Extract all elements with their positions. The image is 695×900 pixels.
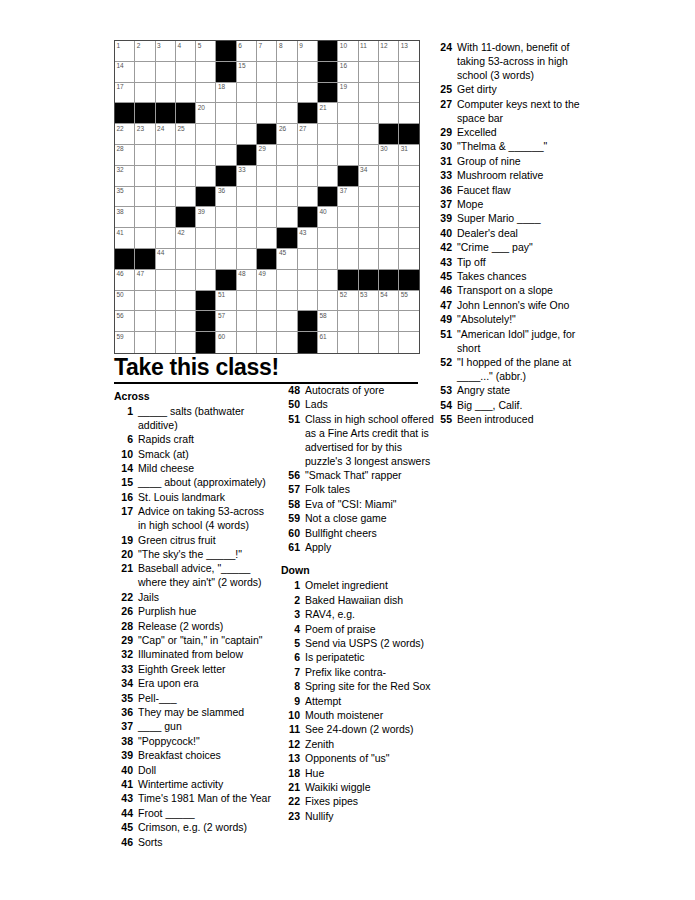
cell-r2c13[interactable]	[359, 62, 379, 83]
black-cell-r4c1	[115, 103, 135, 124]
cell-r3c15[interactable]	[399, 83, 419, 104]
clue-number: 11	[281, 723, 305, 737]
cell-r7c11[interactable]	[318, 166, 338, 187]
cell-r13c4[interactable]	[176, 291, 196, 312]
cell-number: 47	[137, 270, 144, 277]
cell-number: 46	[117, 270, 124, 277]
clue-number: 28	[114, 620, 138, 634]
cell-r3c5[interactable]	[196, 83, 216, 104]
cell-r3c2[interactable]	[135, 83, 155, 104]
clue-across-34: 34Era upon era	[114, 677, 274, 691]
cell-r3c8[interactable]	[257, 83, 277, 104]
cell-r5c2[interactable]: 23	[135, 124, 155, 145]
cell-r10c1[interactable]: 41	[115, 228, 135, 249]
cell-r3c14[interactable]	[379, 83, 399, 104]
black-cell-r2c6	[216, 62, 236, 83]
black-cell-r3c11	[318, 83, 338, 104]
cell-r15c11[interactable]: 61	[318, 332, 338, 353]
clue-across-32: 32Illuminated from below	[114, 648, 274, 662]
cell-r9c11[interactable]: 40	[318, 207, 338, 228]
clue-text: Eighth Greek letter	[138, 663, 274, 677]
cell-number: 42	[177, 229, 184, 236]
cell-r13c7[interactable]	[237, 291, 257, 312]
clue-text: RAV4, e.g.	[305, 608, 437, 622]
clue-text: Tip off	[457, 256, 583, 270]
clue-number: 10	[281, 709, 305, 723]
clue-number: 58	[281, 498, 305, 512]
cell-r13c12[interactable]: 52	[338, 291, 358, 312]
cell-r1c9[interactable]: 8	[277, 41, 297, 62]
clue-number: 39	[433, 212, 457, 226]
cell-number: 11	[360, 42, 367, 49]
cell-r1c12[interactable]: 10	[338, 41, 358, 62]
cell-r8c9[interactable]	[277, 187, 297, 208]
cell-r11c12[interactable]	[338, 249, 358, 270]
black-cell-r12c15	[399, 270, 419, 291]
cell-r15c13[interactable]	[359, 332, 379, 353]
clue-text: Opponents of "us"	[305, 752, 437, 766]
cell-r15c1[interactable]: 59	[115, 332, 135, 353]
cell-r2c12[interactable]: 16	[338, 62, 358, 83]
cell-r1c8[interactable]: 7	[257, 41, 277, 62]
clue-across-59: 59Not a close game	[281, 512, 437, 526]
cell-r4c14[interactable]	[379, 103, 399, 124]
cell-r12c2[interactable]: 47	[135, 270, 155, 291]
clue-down-13: 13Opponents of "us"	[281, 752, 437, 766]
cell-r2c2[interactable]	[135, 62, 155, 83]
cell-r12c5[interactable]	[196, 270, 216, 291]
cell-r3c6[interactable]: 18	[216, 83, 236, 104]
cell-r2c7[interactable]: 15	[237, 62, 257, 83]
clue-down-33: 33Mushroom relative	[433, 169, 583, 183]
cell-r12c10[interactable]	[298, 270, 318, 291]
cell-number: 15	[238, 62, 245, 69]
cell-r10c11[interactable]	[318, 228, 338, 249]
cell-r9c8[interactable]	[257, 207, 277, 228]
clue-down-10: 10Mouth moistener	[281, 709, 437, 723]
cell-r10c2[interactable]	[135, 228, 155, 249]
cell-r6c15[interactable]: 31	[399, 145, 419, 166]
cell-r10c3[interactable]	[156, 228, 176, 249]
cell-r1c5[interactable]: 5	[196, 41, 216, 62]
cell-number: 10	[340, 42, 347, 49]
clue-number: 33	[433, 169, 457, 183]
cell-r11c15[interactable]	[399, 249, 419, 270]
cell-r14c1[interactable]: 56	[115, 311, 135, 332]
clue-text: Rapids craft	[138, 433, 274, 447]
cell-r6c14[interactable]: 30	[379, 145, 399, 166]
clue-across-21: 21Baseball advice, "_____ where they ain…	[114, 562, 274, 590]
cell-r6c5[interactable]	[196, 145, 216, 166]
cell-r8c10[interactable]	[298, 187, 318, 208]
cell-r8c7[interactable]	[237, 187, 257, 208]
cell-r6c9[interactable]	[277, 145, 297, 166]
clue-text: Mild cheese	[138, 462, 274, 476]
black-cell-r4c4	[176, 103, 196, 124]
cell-r6c2[interactable]	[135, 145, 155, 166]
cell-r11c10[interactable]	[298, 249, 318, 270]
clue-column-right: 24With 11-down, benefit of taking 53-acr…	[433, 41, 583, 427]
clue-number: 6	[281, 651, 305, 665]
cell-r4c13[interactable]	[359, 103, 379, 124]
cell-r7c2[interactable]	[135, 166, 155, 187]
cell-r2c5[interactable]	[196, 62, 216, 83]
cell-r14c4[interactable]	[176, 311, 196, 332]
cell-r8c14[interactable]	[379, 187, 399, 208]
cell-r13c10[interactable]	[298, 291, 318, 312]
cell-number: 54	[380, 291, 387, 298]
cell-r4c9[interactable]	[277, 103, 297, 124]
cell-r3c10[interactable]	[298, 83, 318, 104]
cell-r4c11[interactable]: 21	[318, 103, 338, 124]
cell-r2c4[interactable]	[176, 62, 196, 83]
clue-number: 45	[114, 821, 138, 835]
cell-r15c6[interactable]: 60	[216, 332, 236, 353]
cell-r9c13[interactable]	[359, 207, 379, 228]
clue-text: With 11-down, benefit of taking 53-acros…	[457, 41, 583, 83]
clue-number: 52	[433, 356, 457, 384]
cell-r4c15[interactable]	[399, 103, 419, 124]
cell-number: 57	[218, 312, 225, 319]
cell-r11c6[interactable]	[216, 249, 236, 270]
black-cell-r14c10	[298, 311, 318, 332]
cell-r6c13[interactable]	[359, 145, 379, 166]
clue-down-53: 53Angry state	[433, 384, 583, 398]
clue-number: 57	[281, 483, 305, 497]
cell-number: 61	[319, 333, 326, 340]
cell-r13c11[interactable]	[318, 291, 338, 312]
cell-number: 28	[117, 145, 124, 152]
cell-r15c9[interactable]	[277, 332, 297, 353]
cell-r7c5[interactable]	[196, 166, 216, 187]
cell-r1c15[interactable]: 13	[399, 41, 419, 62]
clue-text: Group of nine	[457, 155, 583, 169]
cell-r7c8[interactable]	[257, 166, 277, 187]
cell-r13c13[interactable]: 53	[359, 291, 379, 312]
cell-r7c9[interactable]	[277, 166, 297, 187]
cell-r6c10[interactable]	[298, 145, 318, 166]
cell-r12c1[interactable]: 46	[115, 270, 135, 291]
clue-down-37: 37Mope	[433, 198, 583, 212]
clue-number: 9	[281, 695, 305, 709]
clue-number: 55	[433, 413, 457, 427]
cell-r13c9[interactable]	[277, 291, 297, 312]
cell-r5c10[interactable]: 27	[298, 124, 318, 145]
cell-r13c2[interactable]	[135, 291, 155, 312]
cell-number: 22	[117, 125, 124, 132]
cell-r9c3[interactable]	[156, 207, 176, 228]
cell-number: 18	[218, 83, 225, 90]
clue-number: 5	[281, 637, 305, 651]
clue-across-58: 58Eva of "CSI: Miami"	[281, 498, 437, 512]
cell-r1c4[interactable]: 4	[176, 41, 196, 62]
cell-r3c1[interactable]: 17	[115, 83, 135, 104]
clue-text: Crimson, e.g. (2 words)	[138, 821, 274, 835]
cell-r12c9[interactable]	[277, 270, 297, 291]
cell-r13c14[interactable]: 54	[379, 291, 399, 312]
cell-r3c9[interactable]	[277, 83, 297, 104]
clue-across-29: 29"Cap" or "tain," in "captain"	[114, 634, 274, 648]
clue-across-44: 44Froot _____	[114, 807, 274, 821]
cell-r10c10[interactable]: 43	[298, 228, 318, 249]
cell-r1c13[interactable]: 11	[359, 41, 379, 62]
cell-r10c13[interactable]	[359, 228, 379, 249]
cell-r14c6[interactable]: 57	[216, 311, 236, 332]
cell-r7c15[interactable]	[399, 166, 419, 187]
clue-text: Autocrats of yore	[305, 384, 437, 398]
cell-number: 49	[259, 270, 266, 277]
cell-r15c2[interactable]	[135, 332, 155, 353]
cell-r3c4[interactable]	[176, 83, 196, 104]
cell-r12c8[interactable]: 49	[257, 270, 277, 291]
cell-r1c3[interactable]: 3	[156, 41, 176, 62]
cell-r13c6[interactable]: 51	[216, 291, 236, 312]
clue-number: 36	[433, 184, 457, 198]
cell-r10c15[interactable]	[399, 228, 419, 249]
cell-r5c4[interactable]: 25	[176, 124, 196, 145]
cell-r9c2[interactable]	[135, 207, 155, 228]
clue-text: _____ salts (bathwater additive)	[138, 405, 274, 433]
clue-text: Attempt	[305, 695, 437, 709]
cell-number: 14	[117, 62, 124, 69]
cell-r14c3[interactable]	[156, 311, 176, 332]
clue-number: 1	[281, 579, 305, 593]
cell-number: 13	[401, 42, 408, 49]
cell-r7c13[interactable]: 34	[359, 166, 379, 187]
cell-r8c3[interactable]	[156, 187, 176, 208]
cell-r13c15[interactable]: 55	[399, 291, 419, 312]
clue-across-51: 51Class in high school offered as a Fine…	[281, 413, 437, 469]
cell-r4c12[interactable]	[338, 103, 358, 124]
cell-r14c2[interactable]	[135, 311, 155, 332]
cell-r7c1[interactable]: 32	[115, 166, 135, 187]
cell-r15c3[interactable]	[156, 332, 176, 353]
cell-r3c3[interactable]	[156, 83, 176, 104]
cell-r5c1[interactable]: 22	[115, 124, 135, 145]
cell-r14c13[interactable]	[359, 311, 379, 332]
clue-number: 16	[114, 491, 138, 505]
cell-r9c14[interactable]	[379, 207, 399, 228]
cell-r2c15[interactable]	[399, 62, 419, 83]
cell-r9c15[interactable]	[399, 207, 419, 228]
cell-r10c7[interactable]	[237, 228, 257, 249]
clue-text: Super Mario ____	[457, 212, 583, 226]
cell-r14c14[interactable]	[379, 311, 399, 332]
cell-r4c8[interactable]	[257, 103, 277, 124]
clue-text: Illuminated from below	[138, 648, 274, 662]
clue-across-43: 43Time's 1981 Man of the Year	[114, 792, 274, 806]
clue-text: Big ___, Calif.	[457, 399, 583, 413]
cell-r14c15[interactable]	[399, 311, 419, 332]
across-header: Across	[114, 390, 274, 404]
cell-number: 1	[117, 42, 121, 49]
cell-r2c1[interactable]: 14	[115, 62, 135, 83]
cell-r15c12[interactable]	[338, 332, 358, 353]
cell-r12c11[interactable]	[318, 270, 338, 291]
cell-r8c2[interactable]	[135, 187, 155, 208]
cell-r5c11[interactable]	[318, 124, 338, 145]
cell-r8c12[interactable]: 37	[338, 187, 358, 208]
cell-r2c3[interactable]	[156, 62, 176, 83]
cell-r6c3[interactable]	[156, 145, 176, 166]
clue-number: 59	[281, 512, 305, 526]
clue-number: 22	[114, 591, 138, 605]
cell-r10c12[interactable]	[338, 228, 358, 249]
cell-r10c4[interactable]: 42	[176, 228, 196, 249]
cell-r11c4[interactable]	[176, 249, 196, 270]
cell-r7c4[interactable]	[176, 166, 196, 187]
clue-number: 26	[114, 605, 138, 619]
cell-r6c8[interactable]: 29	[257, 145, 277, 166]
cell-r3c13[interactable]	[359, 83, 379, 104]
cell-r14c12[interactable]	[338, 311, 358, 332]
cell-r11c13[interactable]	[359, 249, 379, 270]
clue-down-43: 43Tip off	[433, 256, 583, 270]
cell-r1c14[interactable]: 12	[379, 41, 399, 62]
clue-number: 56	[281, 469, 305, 483]
cell-r11c5[interactable]	[196, 249, 216, 270]
cell-r10c5[interactable]	[196, 228, 216, 249]
cell-r14c7[interactable]	[237, 311, 257, 332]
cell-r5c7[interactable]	[237, 124, 257, 145]
clue-number: 32	[114, 648, 138, 662]
cell-r9c6[interactable]	[216, 207, 236, 228]
cell-r8c8[interactable]	[257, 187, 277, 208]
clue-down-27: 27Computer keys next to the space bar	[433, 98, 583, 126]
cell-r9c12[interactable]	[338, 207, 358, 228]
cell-r6c11[interactable]	[318, 145, 338, 166]
cell-r12c7[interactable]: 48	[237, 270, 257, 291]
cell-r6c1[interactable]: 28	[115, 145, 135, 166]
cell-r10c8[interactable]	[257, 228, 277, 249]
cell-number: 29	[259, 145, 266, 152]
cell-r4c6[interactable]	[216, 103, 236, 124]
clue-text: Mope	[457, 198, 583, 212]
cell-r11c11[interactable]	[318, 249, 338, 270]
cell-r2c9[interactable]	[277, 62, 297, 83]
cell-r15c14[interactable]	[379, 332, 399, 353]
cell-r13c1[interactable]: 50	[115, 291, 135, 312]
clue-text: Apply	[305, 541, 437, 555]
clue-across-48: 48Autocrats of yore	[281, 384, 437, 398]
cell-r15c4[interactable]	[176, 332, 196, 353]
cell-number: 45	[279, 249, 286, 256]
cell-r4c7[interactable]	[237, 103, 257, 124]
clue-text: Dealer's deal	[457, 227, 583, 241]
cell-r9c7[interactable]	[237, 207, 257, 228]
cell-r8c6[interactable]: 36	[216, 187, 236, 208]
cell-r9c5[interactable]: 39	[196, 207, 216, 228]
cell-r5c6[interactable]	[216, 124, 236, 145]
clue-text: Era upon era	[138, 677, 274, 691]
cell-number: 6	[238, 42, 242, 49]
cell-r8c4[interactable]	[176, 187, 196, 208]
cell-r1c2[interactable]: 2	[135, 41, 155, 62]
clue-across-41: 41Wintertime activity	[114, 778, 274, 792]
cell-r1c7[interactable]: 6	[237, 41, 257, 62]
clue-text: See 24-down (2 words)	[305, 723, 437, 737]
cell-r12c3[interactable]	[156, 270, 176, 291]
cell-r7c10[interactable]	[298, 166, 318, 187]
cell-r8c1[interactable]: 35	[115, 187, 135, 208]
clue-text: Eva of "CSI: Miami"	[305, 498, 437, 512]
cell-number: 7	[259, 42, 263, 49]
cell-r6c12[interactable]	[338, 145, 358, 166]
cell-r11c3[interactable]: 44	[156, 249, 176, 270]
clue-down-21: 21Waikiki wiggle	[281, 781, 437, 795]
cell-r14c11[interactable]: 58	[318, 311, 338, 332]
cell-r8c13[interactable]	[359, 187, 379, 208]
cell-r13c3[interactable]	[156, 291, 176, 312]
cell-number: 2	[137, 42, 141, 49]
cell-number: 26	[279, 125, 286, 132]
cell-r2c8[interactable]	[257, 62, 277, 83]
cell-r9c9[interactable]	[277, 207, 297, 228]
cell-r2c10[interactable]	[298, 62, 318, 83]
cell-r13c8[interactable]	[257, 291, 277, 312]
cell-r11c14[interactable]	[379, 249, 399, 270]
cell-r15c8[interactable]	[257, 332, 277, 353]
clue-across-15: 15____ about (approximately)	[114, 476, 274, 490]
cell-r3c12[interactable]: 19	[338, 83, 358, 104]
cell-number: 30	[380, 145, 387, 152]
cell-r11c7[interactable]	[237, 249, 257, 270]
cell-number: 19	[340, 83, 347, 90]
crossword-grid: 1234567891011121314151617181920212223242…	[114, 40, 420, 354]
cell-r5c9[interactable]: 26	[277, 124, 297, 145]
cell-r2c14[interactable]	[379, 62, 399, 83]
cell-r8c15[interactable]	[399, 187, 419, 208]
clue-across-17: 17Advice on taking 53-across in high sch…	[114, 505, 274, 533]
cell-r1c10[interactable]: 9	[298, 41, 318, 62]
clue-text: Spring site for the Red Sox	[305, 680, 437, 694]
cell-r1c1[interactable]: 1	[115, 41, 135, 62]
cell-r5c12[interactable]	[338, 124, 358, 145]
cell-r5c13[interactable]	[359, 124, 379, 145]
clue-number: 12	[281, 738, 305, 752]
cell-r7c3[interactable]	[156, 166, 176, 187]
clue-text: "Thelma & ______"	[457, 140, 583, 154]
clue-number: 51	[281, 413, 305, 469]
clue-text: Breakfast choices	[138, 749, 274, 763]
cell-r10c14[interactable]	[379, 228, 399, 249]
cell-r4c5[interactable]: 20	[196, 103, 216, 124]
cell-r6c6[interactable]	[216, 145, 236, 166]
cell-number: 50	[117, 291, 124, 298]
cell-r15c15[interactable]	[399, 332, 419, 353]
cell-r3c7[interactable]	[237, 83, 257, 104]
cell-number: 40	[319, 208, 326, 215]
cell-r6c4[interactable]	[176, 145, 196, 166]
cell-r15c7[interactable]	[237, 332, 257, 353]
cell-r11c9[interactable]: 45	[277, 249, 297, 270]
cell-r10c6[interactable]	[216, 228, 236, 249]
cell-r5c3[interactable]: 24	[156, 124, 176, 145]
clue-across-10: 10Smack (at)	[114, 448, 274, 462]
cell-r7c14[interactable]	[379, 166, 399, 187]
cell-r14c9[interactable]	[277, 311, 297, 332]
cell-r5c5[interactable]	[196, 124, 216, 145]
clue-text: Release (2 words)	[138, 620, 274, 634]
clue-number: 13	[281, 752, 305, 766]
cell-r7c7[interactable]: 33	[237, 166, 257, 187]
clue-down-7: 7Prefix like contra-	[281, 666, 437, 680]
clue-number: 8	[281, 680, 305, 694]
cell-r9c1[interactable]: 38	[115, 207, 135, 228]
cell-r12c4[interactable]	[176, 270, 196, 291]
cell-number: 8	[279, 42, 283, 49]
cell-r14c8[interactable]	[257, 311, 277, 332]
